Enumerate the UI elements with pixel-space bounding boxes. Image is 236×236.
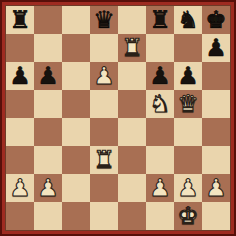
square-g5[interactable]: ♛: [174, 90, 202, 118]
square-f5[interactable]: ♞: [146, 90, 174, 118]
square-h3[interactable]: [202, 146, 230, 174]
square-f1[interactable]: [146, 202, 174, 230]
piece-black-pawn[interactable]: ♟: [177, 64, 199, 88]
square-c2[interactable]: [62, 174, 90, 202]
square-f7[interactable]: [146, 34, 174, 62]
square-b4[interactable]: [34, 118, 62, 146]
piece-black-pawn[interactable]: ♟: [205, 36, 227, 60]
square-f8[interactable]: ♜: [146, 6, 174, 34]
piece-white-pawn[interactable]: ♟: [9, 176, 31, 200]
square-h1[interactable]: [202, 202, 230, 230]
square-e4[interactable]: [118, 118, 146, 146]
piece-black-rook[interactable]: ♜: [9, 8, 31, 32]
square-d6[interactable]: ♟: [90, 62, 118, 90]
square-e6[interactable]: [118, 62, 146, 90]
piece-white-pawn[interactable]: ♟: [37, 176, 59, 200]
square-e3[interactable]: [118, 146, 146, 174]
piece-white-king[interactable]: ♚: [177, 204, 199, 228]
square-h5[interactable]: [202, 90, 230, 118]
square-h4[interactable]: [202, 118, 230, 146]
square-e1[interactable]: [118, 202, 146, 230]
square-f2[interactable]: ♟: [146, 174, 174, 202]
piece-white-pawn[interactable]: ♟: [177, 176, 199, 200]
square-a7[interactable]: [6, 34, 34, 62]
piece-white-knight[interactable]: ♞: [149, 92, 171, 116]
square-a3[interactable]: [6, 146, 34, 174]
square-e7[interactable]: ♜: [118, 34, 146, 62]
square-h6[interactable]: [202, 62, 230, 90]
square-g6[interactable]: ♟: [174, 62, 202, 90]
square-d2[interactable]: [90, 174, 118, 202]
square-c8[interactable]: [62, 6, 90, 34]
piece-white-rook[interactable]: ♜: [93, 148, 115, 172]
square-g4[interactable]: [174, 118, 202, 146]
piece-black-king[interactable]: ♚: [205, 8, 227, 32]
square-f6[interactable]: ♟: [146, 62, 174, 90]
square-a5[interactable]: [6, 90, 34, 118]
square-b6[interactable]: ♟: [34, 62, 62, 90]
square-a8[interactable]: ♜: [6, 6, 34, 34]
square-e8[interactable]: [118, 6, 146, 34]
piece-white-pawn[interactable]: ♟: [205, 176, 227, 200]
piece-black-pawn[interactable]: ♟: [37, 64, 59, 88]
square-a1[interactable]: [6, 202, 34, 230]
square-d5[interactable]: [90, 90, 118, 118]
square-h8[interactable]: ♚: [202, 6, 230, 34]
square-h7[interactable]: ♟: [202, 34, 230, 62]
chess-board: ♜♛♜♞♚♜♟♟♟♟♟♟♞♛♜♟♟♟♟♟♚: [6, 6, 230, 230]
piece-black-rook[interactable]: ♜: [149, 8, 171, 32]
square-c6[interactable]: [62, 62, 90, 90]
square-f3[interactable]: [146, 146, 174, 174]
square-g3[interactable]: [174, 146, 202, 174]
piece-black-pawn[interactable]: ♟: [9, 64, 31, 88]
square-g1[interactable]: ♚: [174, 202, 202, 230]
square-e5[interactable]: [118, 90, 146, 118]
square-a4[interactable]: [6, 118, 34, 146]
square-d1[interactable]: [90, 202, 118, 230]
square-d8[interactable]: ♛: [90, 6, 118, 34]
piece-white-pawn[interactable]: ♟: [93, 64, 115, 88]
square-a2[interactable]: ♟: [6, 174, 34, 202]
square-c4[interactable]: [62, 118, 90, 146]
square-b5[interactable]: [34, 90, 62, 118]
square-b3[interactable]: [34, 146, 62, 174]
piece-white-pawn[interactable]: ♟: [149, 176, 171, 200]
square-b2[interactable]: ♟: [34, 174, 62, 202]
square-d4[interactable]: [90, 118, 118, 146]
square-b8[interactable]: [34, 6, 62, 34]
square-b7[interactable]: [34, 34, 62, 62]
square-c1[interactable]: [62, 202, 90, 230]
square-g8[interactable]: ♞: [174, 6, 202, 34]
square-c5[interactable]: [62, 90, 90, 118]
piece-black-queen[interactable]: ♛: [93, 8, 115, 32]
square-d7[interactable]: [90, 34, 118, 62]
piece-black-knight[interactable]: ♞: [177, 8, 199, 32]
square-c3[interactable]: [62, 146, 90, 174]
square-f4[interactable]: [146, 118, 174, 146]
square-g7[interactable]: [174, 34, 202, 62]
square-b1[interactable]: [34, 202, 62, 230]
square-c7[interactable]: [62, 34, 90, 62]
piece-black-pawn[interactable]: ♟: [149, 64, 171, 88]
square-h2[interactable]: ♟: [202, 174, 230, 202]
piece-white-rook[interactable]: ♜: [121, 36, 143, 60]
piece-white-queen[interactable]: ♛: [177, 92, 199, 116]
square-a6[interactable]: ♟: [6, 62, 34, 90]
square-g2[interactable]: ♟: [174, 174, 202, 202]
square-e2[interactable]: [118, 174, 146, 202]
board-frame: ♜♛♜♞♚♜♟♟♟♟♟♟♞♛♜♟♟♟♟♟♚: [0, 0, 236, 236]
square-d3[interactable]: ♜: [90, 146, 118, 174]
